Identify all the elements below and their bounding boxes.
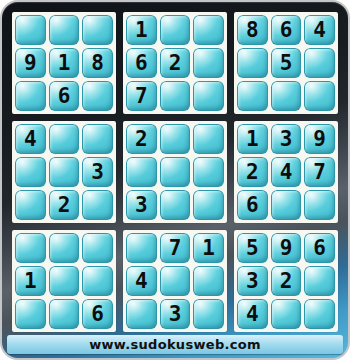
cell-r8c5[interactable] xyxy=(160,266,191,296)
cell-r4c9: 9 xyxy=(304,124,335,154)
cell-r5c3: 3 xyxy=(82,157,113,187)
cell-r3c1[interactable] xyxy=(15,81,46,111)
cell-r9c8[interactable] xyxy=(271,299,302,329)
cell-r4c8: 3 xyxy=(271,124,302,154)
cell-r6c3[interactable] xyxy=(82,190,113,220)
cell-r1c2[interactable] xyxy=(49,15,80,45)
cell-r8c8: 2 xyxy=(271,266,302,296)
cell-r2c9[interactable] xyxy=(304,48,335,78)
cell-r5c7: 2 xyxy=(237,157,268,187)
cell-r8c7: 3 xyxy=(237,266,268,296)
cell-r8c6[interactable] xyxy=(193,266,224,296)
cell-r2c8: 5 xyxy=(271,48,302,78)
cell-r2c3: 8 xyxy=(82,48,113,78)
cell-r2c7[interactable] xyxy=(237,48,268,78)
cell-r7c1[interactable] xyxy=(15,233,46,263)
cell-r2c5: 2 xyxy=(160,48,191,78)
cell-r9c6[interactable] xyxy=(193,299,224,329)
cell-r3c6[interactable] xyxy=(193,81,224,111)
cell-r3c5[interactable] xyxy=(160,81,191,111)
cell-r5c5[interactable] xyxy=(160,157,191,187)
cell-r9c3: 6 xyxy=(82,299,113,329)
cell-r3c9[interactable] xyxy=(304,81,335,111)
cell-r6c2: 2 xyxy=(49,190,80,220)
cell-r4c1: 4 xyxy=(15,124,46,154)
box-1-1: 9186 xyxy=(12,12,116,114)
cell-r9c4[interactable] xyxy=(126,299,157,329)
cell-r1c5[interactable] xyxy=(160,15,191,45)
cell-r7c4[interactable] xyxy=(126,233,157,263)
cell-r4c5[interactable] xyxy=(160,124,191,154)
cell-r2c1: 9 xyxy=(15,48,46,78)
box-3-1: 16 xyxy=(12,230,116,332)
cell-r3c4: 7 xyxy=(126,81,157,111)
cell-r9c5: 3 xyxy=(160,299,191,329)
box-3-2: 7143 xyxy=(123,230,227,332)
box-1-3: 8645 xyxy=(234,12,338,114)
box-2-2: 23 xyxy=(123,121,227,223)
cell-r7c9: 6 xyxy=(304,233,335,263)
cell-r5c8: 4 xyxy=(271,157,302,187)
cell-r9c1[interactable] xyxy=(15,299,46,329)
cell-r6c1[interactable] xyxy=(15,190,46,220)
cell-r1c6[interactable] xyxy=(193,15,224,45)
site-footer-band: www.sudokusweb.com xyxy=(7,335,343,354)
cell-r9c9[interactable] xyxy=(304,299,335,329)
cell-r7c7: 5 xyxy=(237,233,268,263)
cell-r3c8[interactable] xyxy=(271,81,302,111)
cell-r4c4: 2 xyxy=(126,124,157,154)
cell-r8c1: 1 xyxy=(15,266,46,296)
cell-r1c9: 4 xyxy=(304,15,335,45)
cell-r8c4: 4 xyxy=(126,266,157,296)
sudoku-grid: 918616278645432231392476167143596324 xyxy=(12,12,338,332)
sudoku-board-plaque: 918616278645432231392476167143596324 www… xyxy=(0,0,350,360)
cell-r4c7: 1 xyxy=(237,124,268,154)
cell-r5c1[interactable] xyxy=(15,157,46,187)
site-link[interactable]: www.sudokusweb.com xyxy=(89,337,261,352)
cell-r3c2: 6 xyxy=(49,81,80,111)
cell-r1c4: 1 xyxy=(126,15,157,45)
cell-r2c6[interactable] xyxy=(193,48,224,78)
cell-r8c2[interactable] xyxy=(49,266,80,296)
cell-r9c7: 4 xyxy=(237,299,268,329)
cell-r6c7: 6 xyxy=(237,190,268,220)
cell-r5c6[interactable] xyxy=(193,157,224,187)
cell-r1c3[interactable] xyxy=(82,15,113,45)
cell-r6c9[interactable] xyxy=(304,190,335,220)
cell-r2c4: 6 xyxy=(126,48,157,78)
cell-r3c3[interactable] xyxy=(82,81,113,111)
cell-r2c2: 1 xyxy=(49,48,80,78)
cell-r4c2[interactable] xyxy=(49,124,80,154)
cell-r8c3[interactable] xyxy=(82,266,113,296)
cell-r6c6[interactable] xyxy=(193,190,224,220)
cell-r1c7: 8 xyxy=(237,15,268,45)
cell-r5c2[interactable] xyxy=(49,157,80,187)
cell-r6c4: 3 xyxy=(126,190,157,220)
cell-r7c3[interactable] xyxy=(82,233,113,263)
cell-r9c2[interactable] xyxy=(49,299,80,329)
cell-r1c8: 6 xyxy=(271,15,302,45)
box-2-1: 432 xyxy=(12,121,116,223)
cell-r6c5[interactable] xyxy=(160,190,191,220)
box-3-3: 596324 xyxy=(234,230,338,332)
cell-r4c3[interactable] xyxy=(82,124,113,154)
cell-r5c4[interactable] xyxy=(126,157,157,187)
box-1-2: 1627 xyxy=(123,12,227,114)
cell-r7c2[interactable] xyxy=(49,233,80,263)
cell-r8c9[interactable] xyxy=(304,266,335,296)
cell-r7c8: 9 xyxy=(271,233,302,263)
cell-r4c6[interactable] xyxy=(193,124,224,154)
cell-r1c1[interactable] xyxy=(15,15,46,45)
cell-r3c7[interactable] xyxy=(237,81,268,111)
cell-r6c8[interactable] xyxy=(271,190,302,220)
cell-r7c6: 1 xyxy=(193,233,224,263)
cell-r7c5: 7 xyxy=(160,233,191,263)
box-2-3: 1392476 xyxy=(234,121,338,223)
cell-r5c9: 7 xyxy=(304,157,335,187)
